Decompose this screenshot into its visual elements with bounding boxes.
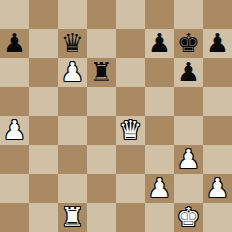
piece-white-pawn: ♟	[61, 58, 84, 87]
piece-black-pawn: ♟	[206, 29, 229, 58]
square-d6[interactable]: ♜	[87, 58, 116, 87]
square-d5[interactable]	[87, 87, 116, 116]
square-c2[interactable]	[58, 174, 87, 203]
square-b4[interactable]	[29, 116, 58, 145]
piece-white-pawn: ♟	[3, 116, 26, 145]
square-a6[interactable]	[0, 58, 29, 87]
square-b2[interactable]	[29, 174, 58, 203]
square-g5[interactable]	[174, 87, 203, 116]
piece-black-rook: ♜	[90, 58, 113, 87]
square-e8[interactable]	[116, 0, 145, 29]
square-c4[interactable]	[58, 116, 87, 145]
square-d4[interactable]	[87, 116, 116, 145]
square-g6[interactable]: ♟	[174, 58, 203, 87]
piece-white-queen: ♛	[119, 116, 142, 145]
square-h1[interactable]	[203, 203, 232, 232]
square-a1[interactable]	[0, 203, 29, 232]
square-a2[interactable]	[0, 174, 29, 203]
square-c5[interactable]	[58, 87, 87, 116]
square-e6[interactable]	[116, 58, 145, 87]
square-h3[interactable]	[203, 145, 232, 174]
square-f3[interactable]	[145, 145, 174, 174]
piece-black-king: ♚	[177, 29, 200, 58]
square-f1[interactable]	[145, 203, 174, 232]
square-g2[interactable]	[174, 174, 203, 203]
square-h5[interactable]	[203, 87, 232, 116]
square-b6[interactable]	[29, 58, 58, 87]
square-f8[interactable]	[145, 0, 174, 29]
square-e4[interactable]: ♛	[116, 116, 145, 145]
square-g1[interactable]: ♚	[174, 203, 203, 232]
chess-board: ♟♛♟♚♟♟♜♟♟♛♟♟♟♜♚	[0, 0, 232, 232]
square-b1[interactable]	[29, 203, 58, 232]
square-g4[interactable]	[174, 116, 203, 145]
square-c6[interactable]: ♟	[58, 58, 87, 87]
square-a8[interactable]	[0, 0, 29, 29]
square-d3[interactable]	[87, 145, 116, 174]
square-b5[interactable]	[29, 87, 58, 116]
square-e7[interactable]	[116, 29, 145, 58]
square-f5[interactable]	[145, 87, 174, 116]
square-e3[interactable]	[116, 145, 145, 174]
square-e5[interactable]	[116, 87, 145, 116]
piece-black-queen: ♛	[61, 29, 84, 58]
piece-white-rook: ♜	[61, 203, 84, 232]
square-e1[interactable]	[116, 203, 145, 232]
square-c1[interactable]: ♜	[58, 203, 87, 232]
square-f4[interactable]	[145, 116, 174, 145]
square-d2[interactable]	[87, 174, 116, 203]
square-h8[interactable]	[203, 0, 232, 29]
piece-white-pawn: ♟	[148, 174, 171, 203]
square-a7[interactable]: ♟	[0, 29, 29, 58]
piece-white-pawn: ♟	[206, 174, 229, 203]
square-g8[interactable]	[174, 0, 203, 29]
square-c8[interactable]	[58, 0, 87, 29]
square-g7[interactable]: ♚	[174, 29, 203, 58]
square-a3[interactable]	[0, 145, 29, 174]
square-c7[interactable]: ♛	[58, 29, 87, 58]
square-b8[interactable]	[29, 0, 58, 29]
square-h4[interactable]	[203, 116, 232, 145]
piece-black-pawn: ♟	[3, 29, 26, 58]
piece-black-pawn: ♟	[177, 58, 200, 87]
square-d1[interactable]	[87, 203, 116, 232]
square-a4[interactable]: ♟	[0, 116, 29, 145]
piece-white-pawn: ♟	[177, 145, 200, 174]
square-g3[interactable]: ♟	[174, 145, 203, 174]
square-f7[interactable]: ♟	[145, 29, 174, 58]
square-f2[interactable]: ♟	[145, 174, 174, 203]
square-e2[interactable]	[116, 174, 145, 203]
piece-white-king: ♚	[177, 203, 200, 232]
square-h7[interactable]: ♟	[203, 29, 232, 58]
square-d8[interactable]	[87, 0, 116, 29]
square-c3[interactable]	[58, 145, 87, 174]
square-b7[interactable]	[29, 29, 58, 58]
piece-black-pawn: ♟	[148, 29, 171, 58]
square-h2[interactable]: ♟	[203, 174, 232, 203]
square-h6[interactable]	[203, 58, 232, 87]
square-d7[interactable]	[87, 29, 116, 58]
chess-diagram: ♟♛♟♚♟♟♜♟♟♛♟♟♟♜♚	[0, 0, 232, 232]
square-b3[interactable]	[29, 145, 58, 174]
square-a5[interactable]	[0, 87, 29, 116]
square-f6[interactable]	[145, 58, 174, 87]
